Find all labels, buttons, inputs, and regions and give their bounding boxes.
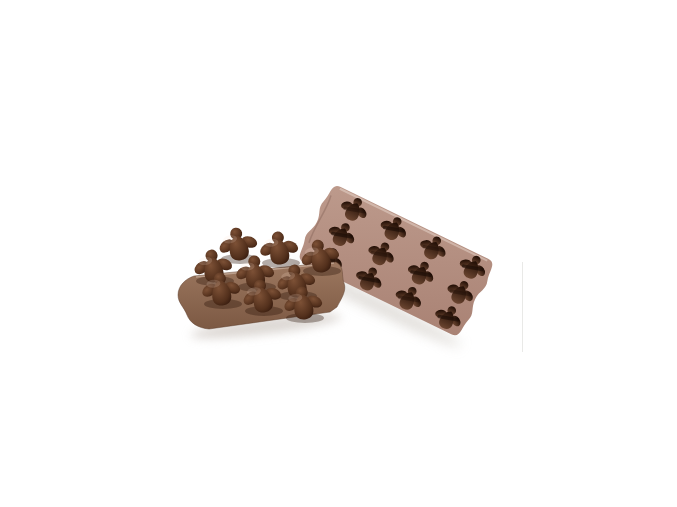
flat-tray: [170, 215, 372, 347]
photo-artifact-line: [522, 262, 523, 352]
product-photo: [0, 0, 677, 507]
